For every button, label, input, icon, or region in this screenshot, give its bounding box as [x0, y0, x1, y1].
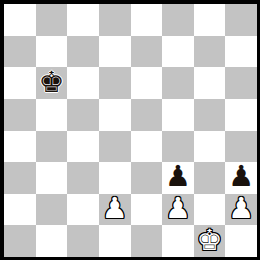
square-b4[interactable]: [36, 131, 68, 163]
square-e4[interactable]: [131, 131, 163, 163]
white-pawn: ♟: [165, 194, 191, 223]
square-f7[interactable]: [162, 36, 194, 68]
square-b2[interactable]: [36, 194, 68, 226]
square-f1[interactable]: [162, 225, 194, 257]
square-e8[interactable]: [131, 4, 163, 36]
square-d2[interactable]: ♟: [99, 194, 131, 226]
square-f5[interactable]: [162, 99, 194, 131]
square-a8[interactable]: [4, 4, 36, 36]
square-h5[interactable]: [225, 99, 257, 131]
black-king: ♚: [38, 68, 64, 97]
square-d6[interactable]: [99, 67, 131, 99]
square-c3[interactable]: [67, 162, 99, 194]
square-f6[interactable]: [162, 67, 194, 99]
square-e2[interactable]: [131, 194, 163, 226]
square-d3[interactable]: [99, 162, 131, 194]
square-h8[interactable]: [225, 4, 257, 36]
square-h6[interactable]: [225, 67, 257, 99]
square-a2[interactable]: [4, 194, 36, 226]
square-d5[interactable]: [99, 99, 131, 131]
square-f2[interactable]: ♟: [162, 194, 194, 226]
square-b6[interactable]: ♚: [36, 67, 68, 99]
square-e3[interactable]: [131, 162, 163, 194]
square-g7[interactable]: [194, 36, 226, 68]
square-a7[interactable]: [4, 36, 36, 68]
square-d8[interactable]: [99, 4, 131, 36]
square-c6[interactable]: [67, 67, 99, 99]
white-pawn: ♟: [102, 194, 128, 223]
square-g5[interactable]: [194, 99, 226, 131]
square-c4[interactable]: [67, 131, 99, 163]
square-b1[interactable]: [36, 225, 68, 257]
square-c7[interactable]: [67, 36, 99, 68]
square-a5[interactable]: [4, 99, 36, 131]
square-d7[interactable]: [99, 36, 131, 68]
square-g1[interactable]: ♚: [194, 225, 226, 257]
square-g6[interactable]: [194, 67, 226, 99]
square-b7[interactable]: [36, 36, 68, 68]
square-h1[interactable]: [225, 225, 257, 257]
square-c2[interactable]: [67, 194, 99, 226]
square-g2[interactable]: [194, 194, 226, 226]
square-d4[interactable]: [99, 131, 131, 163]
square-a1[interactable]: [4, 225, 36, 257]
square-h2[interactable]: ♟: [225, 194, 257, 226]
square-a6[interactable]: [4, 67, 36, 99]
square-a4[interactable]: [4, 131, 36, 163]
black-pawn: ♟: [228, 162, 254, 191]
square-e5[interactable]: [131, 99, 163, 131]
square-a3[interactable]: [4, 162, 36, 194]
square-g8[interactable]: [194, 4, 226, 36]
square-g3[interactable]: [194, 162, 226, 194]
square-h3[interactable]: ♟: [225, 162, 257, 194]
square-e7[interactable]: [131, 36, 163, 68]
square-c5[interactable]: [67, 99, 99, 131]
chess-board-frame: ♚♟♟♟♟♟♚: [0, 0, 260, 260]
square-g4[interactable]: [194, 131, 226, 163]
square-c8[interactable]: [67, 4, 99, 36]
black-pawn: ♟: [165, 162, 191, 191]
chess-board: ♚♟♟♟♟♟♚: [4, 4, 257, 257]
square-h4[interactable]: [225, 131, 257, 163]
square-b3[interactable]: [36, 162, 68, 194]
square-d1[interactable]: [99, 225, 131, 257]
square-f8[interactable]: [162, 4, 194, 36]
square-b8[interactable]: [36, 4, 68, 36]
white-pawn: ♟: [228, 194, 254, 223]
square-b5[interactable]: [36, 99, 68, 131]
white-king: ♚: [197, 226, 223, 255]
square-e1[interactable]: [131, 225, 163, 257]
square-c1[interactable]: [67, 225, 99, 257]
square-h7[interactable]: [225, 36, 257, 68]
square-f3[interactable]: ♟: [162, 162, 194, 194]
square-e6[interactable]: [131, 67, 163, 99]
square-f4[interactable]: [162, 131, 194, 163]
